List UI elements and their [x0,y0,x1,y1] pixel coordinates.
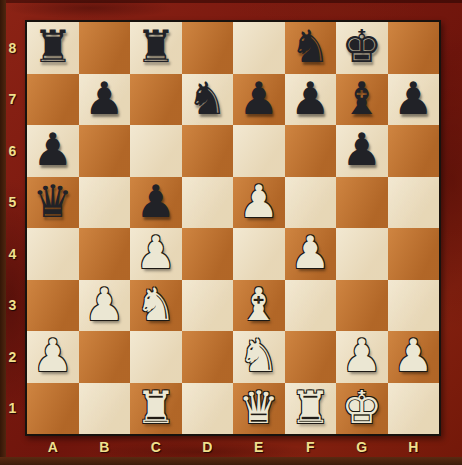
square-g5[interactable] [336,177,388,229]
square-f7[interactable]: ♟ [285,74,337,126]
piece-white-knight: ♞ [239,333,279,378]
piece-white-rook: ♜ [290,385,330,430]
square-b1[interactable] [79,383,131,435]
square-e7[interactable]: ♟ [233,74,285,126]
piece-black-pawn: ♟ [393,76,433,121]
piece-white-king: ♚ [342,385,382,430]
square-e8[interactable] [233,22,285,74]
square-a7[interactable] [27,74,79,126]
square-d7[interactable]: ♞ [182,74,234,126]
square-b5[interactable] [79,177,131,229]
rank-label-2: 2 [0,331,25,383]
square-f8[interactable]: ♞ [285,22,337,74]
square-c7[interactable] [130,74,182,126]
square-g8[interactable]: ♚ [336,22,388,74]
file-label-a: A [27,436,79,458]
square-d5[interactable] [182,177,234,229]
square-g3[interactable] [336,280,388,332]
square-h3[interactable] [388,280,440,332]
rank-label-3: 3 [0,280,25,332]
piece-white-pawn: ♟ [33,333,73,378]
square-a5[interactable]: ♛ [27,177,79,229]
piece-white-pawn: ♟ [342,333,382,378]
square-e1[interactable]: ♛ [233,383,285,435]
piece-white-pawn: ♟ [239,179,279,224]
chess-board: ♜♜♞♚♟♞♟♟♝♟♟♟♛♟♟♟♟♟♞♝♟♞♟♟♜♛♜♚ [25,20,441,436]
file-coordinates: ABCDEFGH [27,436,439,458]
square-e4[interactable] [233,228,285,280]
file-label-g: G [336,436,388,458]
square-d2[interactable] [182,331,234,383]
square-a1[interactable] [27,383,79,435]
square-c6[interactable] [130,125,182,177]
square-c3[interactable]: ♞ [130,280,182,332]
piece-black-rook: ♜ [33,24,73,69]
square-g6[interactable]: ♟ [336,125,388,177]
square-e5[interactable]: ♟ [233,177,285,229]
file-label-c: C [130,436,182,458]
square-a8[interactable]: ♜ [27,22,79,74]
chess-app-window: 87654321 ♜♜♞♚♟♞♟♟♝♟♟♟♛♟♟♟♟♟♞♝♟♞♟♟♜♛♜♚ AB… [0,0,462,465]
square-e6[interactable] [233,125,285,177]
piece-black-pawn: ♟ [33,127,73,172]
square-b4[interactable] [79,228,131,280]
square-h8[interactable] [388,22,440,74]
piece-white-pawn: ♟ [290,230,330,275]
rank-label-5: 5 [0,177,25,229]
square-g7[interactable]: ♝ [336,74,388,126]
piece-white-pawn: ♟ [393,333,433,378]
piece-white-queen: ♛ [239,385,279,430]
rank-label-8: 8 [0,22,25,74]
square-b6[interactable] [79,125,131,177]
square-d4[interactable] [182,228,234,280]
square-f1[interactable]: ♜ [285,383,337,435]
frame-bottom-edge [0,457,462,465]
square-d1[interactable] [182,383,234,435]
piece-white-knight: ♞ [136,282,176,327]
file-label-h: H [388,436,440,458]
square-f2[interactable] [285,331,337,383]
square-c1[interactable]: ♜ [130,383,182,435]
square-h5[interactable] [388,177,440,229]
file-label-d: D [182,436,234,458]
square-h6[interactable] [388,125,440,177]
piece-black-bishop: ♝ [342,76,382,121]
piece-black-pawn: ♟ [84,76,124,121]
square-c2[interactable] [130,331,182,383]
square-b3[interactable]: ♟ [79,280,131,332]
square-f6[interactable] [285,125,337,177]
square-g2[interactable]: ♟ [336,331,388,383]
square-d6[interactable] [182,125,234,177]
square-h2[interactable]: ♟ [388,331,440,383]
square-h1[interactable] [388,383,440,435]
square-e3[interactable]: ♝ [233,280,285,332]
square-b7[interactable]: ♟ [79,74,131,126]
square-d8[interactable] [182,22,234,74]
square-b2[interactable] [79,331,131,383]
square-f3[interactable] [285,280,337,332]
piece-black-pawn: ♟ [136,179,176,224]
square-f5[interactable] [285,177,337,229]
square-d3[interactable] [182,280,234,332]
piece-black-knight: ♞ [187,76,227,121]
file-label-e: E [233,436,285,458]
piece-black-pawn: ♟ [342,127,382,172]
rank-label-6: 6 [0,125,25,177]
square-h4[interactable] [388,228,440,280]
piece-black-pawn: ♟ [239,76,279,121]
square-g1[interactable]: ♚ [336,383,388,435]
file-label-b: B [79,436,131,458]
square-c5[interactable]: ♟ [130,177,182,229]
square-g4[interactable] [336,228,388,280]
square-a4[interactable] [27,228,79,280]
piece-black-pawn: ♟ [290,76,330,121]
piece-white-pawn: ♟ [136,230,176,275]
piece-black-rook: ♜ [136,24,176,69]
piece-black-queen: ♛ [33,179,73,224]
file-label-f: F [285,436,337,458]
piece-white-bishop: ♝ [239,282,279,327]
square-f4[interactable]: ♟ [285,228,337,280]
square-c8[interactable]: ♜ [130,22,182,74]
piece-white-rook: ♜ [136,385,176,430]
rank-coordinates: 87654321 [0,22,25,434]
rank-label-1: 1 [0,383,25,435]
rank-label-4: 4 [0,228,25,280]
square-a6[interactable]: ♟ [27,125,79,177]
piece-black-king: ♚ [342,24,382,69]
square-c4[interactable]: ♟ [130,228,182,280]
piece-white-pawn: ♟ [84,282,124,327]
rank-label-7: 7 [0,74,25,126]
piece-black-knight: ♞ [290,24,330,69]
square-b8[interactable] [79,22,131,74]
square-e2[interactable]: ♞ [233,331,285,383]
frame-top-edge [0,0,462,3]
square-a3[interactable] [27,280,79,332]
square-a2[interactable]: ♟ [27,331,79,383]
square-h7[interactable]: ♟ [388,74,440,126]
